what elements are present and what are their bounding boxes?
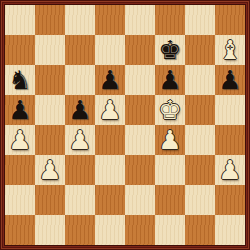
square-b5[interactable]	[35, 95, 65, 125]
square-d8[interactable]	[95, 5, 125, 35]
square-f6[interactable]: ♟	[155, 65, 185, 95]
square-c6[interactable]	[65, 65, 95, 95]
piece-white-pawn[interactable]: ♟	[35, 155, 65, 185]
square-g7[interactable]	[185, 35, 215, 65]
square-g3[interactable]	[185, 155, 215, 185]
square-e4[interactable]	[125, 125, 155, 155]
square-f3[interactable]	[155, 155, 185, 185]
square-f4[interactable]: ♟	[155, 125, 185, 155]
square-b6[interactable]	[35, 65, 65, 95]
square-e7[interactable]	[125, 35, 155, 65]
square-a2[interactable]	[5, 185, 35, 215]
square-f8[interactable]	[155, 5, 185, 35]
square-b1[interactable]	[35, 215, 65, 245]
piece-black-pawn[interactable]: ♟	[155, 65, 185, 95]
piece-black-pawn[interactable]: ♟	[5, 95, 35, 125]
square-h7[interactable]: ♝	[215, 35, 245, 65]
square-c2[interactable]	[65, 185, 95, 215]
chess-board: ♚♝♞♟♟♟♟♟♟♚♟♟♟♟♟	[5, 5, 245, 245]
piece-black-pawn[interactable]: ♟	[65, 95, 95, 125]
square-g5[interactable]	[185, 95, 215, 125]
square-f2[interactable]	[155, 185, 185, 215]
square-a6[interactable]: ♞	[5, 65, 35, 95]
square-h1[interactable]	[215, 215, 245, 245]
square-b3[interactable]: ♟	[35, 155, 65, 185]
square-g1[interactable]	[185, 215, 215, 245]
square-e5[interactable]	[125, 95, 155, 125]
square-a5[interactable]: ♟	[5, 95, 35, 125]
piece-white-king[interactable]: ♚	[155, 95, 185, 125]
piece-black-pawn[interactable]: ♟	[95, 65, 125, 95]
square-e6[interactable]	[125, 65, 155, 95]
square-b7[interactable]	[35, 35, 65, 65]
square-c5[interactable]: ♟	[65, 95, 95, 125]
piece-black-king[interactable]: ♚	[155, 35, 185, 65]
square-f1[interactable]	[155, 215, 185, 245]
square-d2[interactable]	[95, 185, 125, 215]
square-g4[interactable]	[185, 125, 215, 155]
square-h3[interactable]: ♟	[215, 155, 245, 185]
square-g8[interactable]	[185, 5, 215, 35]
square-d4[interactable]	[95, 125, 125, 155]
square-e2[interactable]	[125, 185, 155, 215]
piece-black-pawn[interactable]: ♟	[215, 65, 245, 95]
square-d7[interactable]	[95, 35, 125, 65]
square-a4[interactable]: ♟	[5, 125, 35, 155]
square-h6[interactable]: ♟	[215, 65, 245, 95]
square-e8[interactable]	[125, 5, 155, 35]
square-h2[interactable]	[215, 185, 245, 215]
square-b4[interactable]	[35, 125, 65, 155]
square-d6[interactable]: ♟	[95, 65, 125, 95]
square-d1[interactable]	[95, 215, 125, 245]
piece-white-pawn[interactable]: ♟	[5, 125, 35, 155]
square-h4[interactable]	[215, 125, 245, 155]
square-c3[interactable]	[65, 155, 95, 185]
square-c7[interactable]	[65, 35, 95, 65]
piece-white-pawn[interactable]: ♟	[155, 125, 185, 155]
piece-white-pawn[interactable]: ♟	[65, 125, 95, 155]
square-h5[interactable]	[215, 95, 245, 125]
piece-white-pawn[interactable]: ♟	[95, 95, 125, 125]
piece-black-knight[interactable]: ♞	[5, 65, 35, 95]
square-g6[interactable]	[185, 65, 215, 95]
square-c1[interactable]	[65, 215, 95, 245]
chess-board-frame: ♚♝♞♟♟♟♟♟♟♚♟♟♟♟♟	[0, 0, 250, 250]
square-c4[interactable]: ♟	[65, 125, 95, 155]
square-f7[interactable]: ♚	[155, 35, 185, 65]
piece-white-bishop[interactable]: ♝	[215, 35, 245, 65]
square-b2[interactable]	[35, 185, 65, 215]
square-a8[interactable]	[5, 5, 35, 35]
square-a7[interactable]	[5, 35, 35, 65]
square-g2[interactable]	[185, 185, 215, 215]
square-c8[interactable]	[65, 5, 95, 35]
square-a1[interactable]	[5, 215, 35, 245]
square-b8[interactable]	[35, 5, 65, 35]
square-d5[interactable]: ♟	[95, 95, 125, 125]
square-h8[interactable]	[215, 5, 245, 35]
piece-white-pawn[interactable]: ♟	[215, 155, 245, 185]
square-e3[interactable]	[125, 155, 155, 185]
square-f5[interactable]: ♚	[155, 95, 185, 125]
square-a3[interactable]	[5, 155, 35, 185]
square-d3[interactable]	[95, 155, 125, 185]
square-e1[interactable]	[125, 215, 155, 245]
